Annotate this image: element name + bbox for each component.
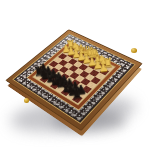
brass-latch-icon[interactable]	[131, 48, 137, 53]
product-photo: ♜♞♝♛♚♝♞♜♟♟♟♟♟♟♟♟♟♟♟♟♟♟♟♟♜♞♝♛♚♝♞♜	[0, 0, 150, 150]
perspective-scene: ♜♞♝♛♚♝♞♜♟♟♟♟♟♟♟♟♟♟♟♟♟♟♟♟♜♞♝♛♚♝♞♜	[0, 0, 150, 150]
chess-box: ♜♞♝♛♚♝♞♜♟♟♟♟♟♟♟♟♟♟♟♟♟♟♟♟♜♞♝♛♚♝♞♜	[5, 29, 143, 131]
piece-white-P-h2[interactable]: ♟	[98, 62, 106, 74]
piece-black-R-h8[interactable]: ♜	[70, 88, 79, 102]
brass-knob-icon[interactable]	[24, 98, 29, 103]
camera-tilt: ♜♞♝♛♚♝♞♜♟♟♟♟♟♟♟♟♟♟♟♟♟♟♟♟♜♞♝♛♚♝♞♜	[0, 0, 150, 150]
